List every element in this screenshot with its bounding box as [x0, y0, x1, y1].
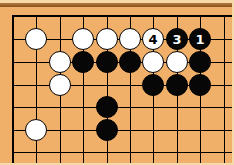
go-stone-white [49, 51, 71, 73]
go-stone-white [49, 74, 71, 96]
grid-line-top-edge [12, 15, 232, 17]
go-stone-black-move-1: 1 [189, 28, 211, 50]
go-stone-white-move-4: 4 [142, 28, 164, 50]
grid-line-left-edge [12, 15, 14, 163]
go-stone-white [119, 28, 141, 50]
go-stone-black [96, 119, 118, 141]
go-stone-white [166, 51, 188, 73]
go-stone-black [72, 51, 94, 73]
go-stone-black [96, 96, 118, 118]
go-stone-black [96, 51, 118, 73]
grid-line-v [224, 16, 225, 163]
go-stone-black [142, 74, 164, 96]
go-stone-white [96, 28, 118, 50]
go-stone-black [166, 74, 188, 96]
go-stone-white [25, 119, 47, 141]
go-stone-black [189, 74, 211, 96]
go-board: 431 [0, 0, 234, 165]
go-stone-black-move-3: 3 [166, 28, 188, 50]
go-diagram: 431 [0, 0, 234, 165]
go-stone-white [72, 28, 94, 50]
go-stone-black [189, 51, 211, 73]
outer-border-right [232, 0, 234, 165]
outer-border-bottom [0, 163, 234, 165]
go-stone-white [25, 28, 47, 50]
go-stone-black [119, 51, 141, 73]
go-stone-white [142, 51, 164, 73]
